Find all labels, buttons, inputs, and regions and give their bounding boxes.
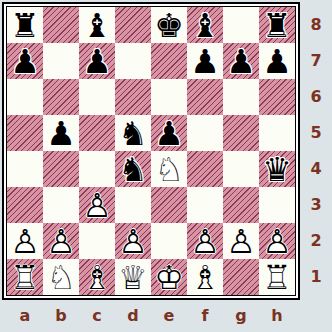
square-f8[interactable]: ♝: [187, 7, 223, 43]
square-c2[interactable]: [79, 223, 115, 259]
piece-white-knight[interactable]: ♞♘: [43, 259, 79, 295]
rank-label-5: 5: [301, 115, 331, 151]
file-label-f: f: [187, 303, 223, 329]
rank-label-7: 7: [301, 43, 331, 79]
piece-white-pawn[interactable]: ♟♙: [43, 223, 79, 259]
square-b1[interactable]: ♞♘: [43, 259, 79, 295]
piece-white-pawn[interactable]: ♟♙: [7, 223, 43, 259]
square-f7[interactable]: ♟: [187, 43, 223, 79]
piece-black-bishop[interactable]: ♝: [187, 7, 223, 43]
piece-outline: ♘: [43, 259, 79, 295]
rank-label-8: 8: [301, 7, 331, 43]
square-b2[interactable]: ♟♙: [43, 223, 79, 259]
piece-white-pawn[interactable]: ♟♙: [79, 187, 115, 223]
square-f1[interactable]: ♝♗: [187, 259, 223, 295]
piece-outline: ♔: [151, 259, 187, 295]
piece-black-knight[interactable]: ♞: [115, 115, 151, 151]
piece-white-queen[interactable]: ♛♕: [115, 259, 151, 295]
square-d3[interactable]: [115, 187, 151, 223]
square-e8[interactable]: ♚: [151, 7, 187, 43]
piece-white-rook[interactable]: ♜♖: [259, 259, 295, 295]
piece-outline: ♘: [151, 151, 187, 187]
piece-black-pawn[interactable]: ♟: [187, 43, 223, 79]
piece-outline: ♗: [187, 259, 223, 295]
file-label-c: c: [79, 303, 115, 329]
square-c8[interactable]: ♝: [79, 7, 115, 43]
rank-labels: 87654321: [301, 2, 331, 300]
square-a8[interactable]: ♜: [7, 7, 43, 43]
piece-outline: ♙: [223, 223, 259, 259]
board-frame-inner-line: ♜♝♚♝♜♟♟♟♟♟♟♞♟♞♞♘♛♟♙♟♙♟♙♟♙♟♙♟♙♟♙♜♖♞♘♝♗♛♕♚…: [6, 6, 296, 296]
square-f2[interactable]: ♟♙: [187, 223, 223, 259]
piece-black-pawn[interactable]: ♟: [151, 115, 187, 151]
square-e6[interactable]: [151, 79, 187, 115]
piece-white-king[interactable]: ♚♔: [151, 259, 187, 295]
square-e3[interactable]: [151, 187, 187, 223]
square-d8[interactable]: [115, 7, 151, 43]
piece-outline: ♕: [115, 259, 151, 295]
square-g2[interactable]: ♟♙: [223, 223, 259, 259]
square-a1[interactable]: ♜♖: [7, 259, 43, 295]
square-f4[interactable]: [187, 151, 223, 187]
square-a4[interactable]: [7, 151, 43, 187]
square-a7[interactable]: ♟: [7, 43, 43, 79]
square-e4[interactable]: ♞♘: [151, 151, 187, 187]
piece-black-pawn[interactable]: ♟: [7, 43, 43, 79]
square-g5[interactable]: [223, 115, 259, 151]
piece-white-bishop[interactable]: ♝♗: [79, 259, 115, 295]
piece-white-pawn[interactable]: ♟♙: [259, 223, 295, 259]
rank-label-1: 1: [301, 259, 331, 295]
square-d2[interactable]: ♟♙: [115, 223, 151, 259]
square-b8[interactable]: [43, 7, 79, 43]
square-c3[interactable]: ♟♙: [79, 187, 115, 223]
square-c7[interactable]: ♟: [79, 43, 115, 79]
piece-outline: ♙: [115, 223, 151, 259]
square-c1[interactable]: ♝♗: [79, 259, 115, 295]
square-f5[interactable]: [187, 115, 223, 151]
square-h2[interactable]: ♟♙: [259, 223, 295, 259]
piece-white-pawn[interactable]: ♟♙: [223, 223, 259, 259]
file-label-e: e: [151, 303, 187, 329]
piece-black-king[interactable]: ♚: [151, 7, 187, 43]
square-g4[interactable]: [223, 151, 259, 187]
piece-black-rook[interactable]: ♜: [259, 7, 295, 43]
piece-outline: ♙: [187, 223, 223, 259]
piece-outline: ♙: [79, 187, 115, 223]
file-label-b: b: [43, 303, 79, 329]
board-frame-white-line: ♜♝♚♝♜♟♟♟♟♟♟♞♟♞♞♘♛♟♙♟♙♟♙♟♙♟♙♟♙♟♙♜♖♞♘♝♗♛♕♚…: [4, 4, 298, 298]
square-g1[interactable]: [223, 259, 259, 295]
piece-white-bishop[interactable]: ♝♗: [187, 259, 223, 295]
square-f3[interactable]: [187, 187, 223, 223]
square-b4[interactable]: [43, 151, 79, 187]
square-a6[interactable]: [7, 79, 43, 115]
piece-black-pawn[interactable]: ♟: [79, 43, 115, 79]
rank-label-6: 6: [301, 79, 331, 115]
square-h8[interactable]: ♜: [259, 7, 295, 43]
square-h4[interactable]: ♛: [259, 151, 295, 187]
piece-black-bishop[interactable]: ♝: [79, 7, 115, 43]
square-c5[interactable]: [79, 115, 115, 151]
piece-outline: ♙: [43, 223, 79, 259]
square-d6[interactable]: [115, 79, 151, 115]
chess-board: ♜♝♚♝♜♟♟♟♟♟♟♞♟♞♞♘♛♟♙♟♙♟♙♟♙♟♙♟♙♟♙♜♖♞♘♝♗♛♕♚…: [7, 7, 295, 295]
square-d1[interactable]: ♛♕: [115, 259, 151, 295]
piece-outline: ♙: [7, 223, 43, 259]
square-b3[interactable]: [43, 187, 79, 223]
piece-white-rook[interactable]: ♜♖: [7, 259, 43, 295]
square-a5[interactable]: [7, 115, 43, 151]
rank-label-3: 3: [301, 187, 331, 223]
square-e1[interactable]: ♚♔: [151, 259, 187, 295]
piece-outline: ♖: [7, 259, 43, 295]
square-e5[interactable]: ♟: [151, 115, 187, 151]
piece-black-pawn[interactable]: ♟: [43, 115, 79, 151]
file-labels: abcdefgh: [2, 303, 300, 329]
board-frame: ♜♝♚♝♜♟♟♟♟♟♟♞♟♞♞♘♛♟♙♟♙♟♙♟♙♟♙♟♙♟♙♜♖♞♘♝♗♛♕♚…: [2, 2, 300, 300]
file-label-g: g: [223, 303, 259, 329]
square-e7[interactable]: [151, 43, 187, 79]
rank-label-4: 4: [301, 151, 331, 187]
square-c4[interactable]: [79, 151, 115, 187]
piece-white-pawn[interactable]: ♟♙: [187, 223, 223, 259]
square-h1[interactable]: ♜♖: [259, 259, 295, 295]
square-g3[interactable]: [223, 187, 259, 223]
rank-label-2: 2: [301, 223, 331, 259]
square-h3[interactable]: [259, 187, 295, 223]
square-h6[interactable]: [259, 79, 295, 115]
square-f6[interactable]: [187, 79, 223, 115]
piece-black-pawn[interactable]: ♟: [259, 43, 295, 79]
square-g8[interactable]: [223, 7, 259, 43]
file-label-d: d: [115, 303, 151, 329]
square-h7[interactable]: ♟: [259, 43, 295, 79]
square-b7[interactable]: [43, 43, 79, 79]
square-d4[interactable]: ♞: [115, 151, 151, 187]
piece-black-pawn[interactable]: ♟: [223, 43, 259, 79]
piece-black-knight[interactable]: ♞: [115, 151, 151, 187]
piece-white-pawn[interactable]: ♟♙: [115, 223, 151, 259]
piece-outline: ♖: [259, 259, 295, 295]
square-d5[interactable]: ♞: [115, 115, 151, 151]
square-h5[interactable]: [259, 115, 295, 151]
square-g7[interactable]: ♟: [223, 43, 259, 79]
piece-outline: ♗: [79, 259, 115, 295]
square-b6[interactable]: [43, 79, 79, 115]
square-e2[interactable]: [151, 223, 187, 259]
piece-black-queen[interactable]: ♛: [259, 151, 295, 187]
page: { "game": "chess", "position": { "fen": …: [0, 0, 332, 332]
square-b5[interactable]: ♟: [43, 115, 79, 151]
file-label-h: h: [259, 303, 295, 329]
square-a3[interactable]: [7, 187, 43, 223]
square-g6[interactable]: [223, 79, 259, 115]
piece-black-rook[interactable]: ♜: [7, 7, 43, 43]
piece-white-knight[interactable]: ♞♘: [151, 151, 187, 187]
square-c6[interactable]: [79, 79, 115, 115]
file-label-a: a: [7, 303, 43, 329]
square-a2[interactable]: ♟♙: [7, 223, 43, 259]
piece-outline: ♙: [259, 223, 295, 259]
square-d7[interactable]: [115, 43, 151, 79]
